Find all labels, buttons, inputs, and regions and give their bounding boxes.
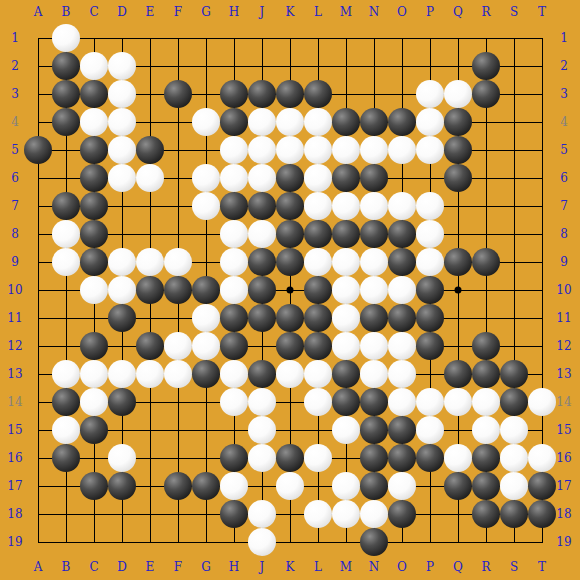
coord-label-row-left: 15 — [7, 424, 22, 436]
stone-white[interactable] — [248, 220, 276, 248]
stone-white[interactable] — [388, 472, 416, 500]
coord-label-col-top: S — [510, 6, 518, 18]
stone-white[interactable] — [528, 388, 556, 416]
stone-black[interactable] — [276, 192, 304, 220]
stone-black[interactable] — [360, 528, 388, 556]
stone-black[interactable] — [472, 248, 500, 276]
stone-black[interactable] — [220, 108, 248, 136]
stone-white[interactable] — [220, 220, 248, 248]
stone-white[interactable] — [136, 248, 164, 276]
coord-label-row-left: 4 — [11, 116, 19, 128]
coord-label-col-bottom: G — [201, 561, 211, 573]
stone-white[interactable] — [416, 108, 444, 136]
coord-label-row-right: 16 — [556, 452, 571, 464]
coord-label-col-bottom: M — [340, 561, 352, 573]
coord-label-col-bottom: D — [117, 561, 127, 573]
coord-label-col-bottom: S — [510, 561, 518, 573]
stone-black[interactable] — [360, 108, 388, 136]
stone-black[interactable] — [416, 276, 444, 304]
stone-black[interactable] — [164, 276, 192, 304]
coord-label-row-right: 10 — [556, 284, 571, 296]
stone-black[interactable] — [108, 388, 136, 416]
stone-white[interactable] — [416, 80, 444, 108]
stone-white[interactable] — [416, 388, 444, 416]
stone-white[interactable] — [360, 276, 388, 304]
stone-white[interactable] — [388, 192, 416, 220]
stone-white[interactable] — [80, 52, 108, 80]
stone-white[interactable] — [108, 164, 136, 192]
stone-black[interactable] — [304, 332, 332, 360]
coord-label-row-right: 4 — [560, 116, 568, 128]
stone-black[interactable] — [304, 80, 332, 108]
stone-black[interactable] — [416, 444, 444, 472]
coord-label-row-right: 5 — [560, 144, 568, 156]
stone-black[interactable] — [332, 388, 360, 416]
stone-black[interactable] — [80, 248, 108, 276]
coord-label-col-bottom: P — [426, 561, 434, 573]
stone-white[interactable] — [472, 416, 500, 444]
stone-white[interactable] — [248, 388, 276, 416]
stone-white[interactable] — [444, 444, 472, 472]
coord-label-col-bottom: K — [286, 561, 295, 573]
coord-label-row-right: 19 — [556, 536, 571, 548]
stone-white[interactable] — [248, 164, 276, 192]
stone-black[interactable] — [472, 472, 500, 500]
stone-black[interactable] — [52, 80, 80, 108]
stone-black[interactable] — [248, 360, 276, 388]
stone-white[interactable] — [80, 108, 108, 136]
stone-black[interactable] — [360, 220, 388, 248]
stone-white[interactable] — [416, 248, 444, 276]
stone-white[interactable] — [248, 136, 276, 164]
stone-black[interactable] — [500, 360, 528, 388]
coord-label-row-right: 2 — [560, 60, 568, 72]
stone-black[interactable] — [136, 136, 164, 164]
stone-black[interactable] — [388, 444, 416, 472]
coord-label-row-right: 3 — [560, 88, 568, 100]
stone-white[interactable] — [164, 360, 192, 388]
go-board[interactable]: AABBCCDDEEFFGGHHJJKKLLMMNNOOPPQQRRSSTT11… — [0, 0, 580, 580]
stone-black[interactable] — [360, 304, 388, 332]
coord-label-row-left: 8 — [11, 228, 19, 240]
stone-black[interactable] — [220, 444, 248, 472]
stone-black[interactable] — [80, 220, 108, 248]
stone-black[interactable] — [52, 52, 80, 80]
stone-black[interactable] — [52, 108, 80, 136]
stone-white[interactable] — [108, 80, 136, 108]
stone-black[interactable] — [500, 388, 528, 416]
stone-white[interactable] — [332, 332, 360, 360]
stone-white[interactable] — [500, 416, 528, 444]
coord-label-row-right: 1 — [560, 32, 568, 44]
coord-label-row-right: 18 — [556, 508, 571, 520]
stone-black[interactable] — [220, 80, 248, 108]
coord-label-row-left: 16 — [7, 452, 22, 464]
stone-black[interactable] — [276, 220, 304, 248]
stone-black[interactable] — [528, 500, 556, 528]
stone-white[interactable] — [136, 164, 164, 192]
stone-white[interactable] — [192, 108, 220, 136]
stone-black[interactable] — [360, 472, 388, 500]
coord-label-row-right: 13 — [556, 368, 571, 380]
coord-label-row-right: 17 — [556, 480, 571, 492]
coord-label-col-top: P — [426, 6, 434, 18]
stone-black[interactable] — [388, 416, 416, 444]
stone-white[interactable] — [304, 360, 332, 388]
stone-black[interactable] — [52, 388, 80, 416]
stone-black[interactable] — [528, 472, 556, 500]
stone-black[interactable] — [108, 472, 136, 500]
stone-white[interactable] — [108, 248, 136, 276]
stone-black[interactable] — [276, 304, 304, 332]
coord-label-row-left: 19 — [7, 536, 22, 548]
coord-label-col-top: D — [117, 6, 127, 18]
stone-white[interactable] — [108, 108, 136, 136]
coord-label-row-right: 8 — [560, 228, 568, 240]
stone-white[interactable] — [416, 192, 444, 220]
stone-black[interactable] — [80, 416, 108, 444]
coord-label-col-top: K — [286, 6, 295, 18]
stone-white[interactable] — [304, 136, 332, 164]
stone-black[interactable] — [472, 52, 500, 80]
stone-black[interactable] — [444, 164, 472, 192]
stone-black[interactable] — [248, 276, 276, 304]
stone-white[interactable] — [276, 472, 304, 500]
stone-white[interactable] — [304, 444, 332, 472]
stone-black[interactable] — [304, 304, 332, 332]
stone-white[interactable] — [80, 360, 108, 388]
grid-line-h — [38, 430, 543, 431]
stone-black[interactable] — [164, 472, 192, 500]
stone-white[interactable] — [248, 500, 276, 528]
stone-black[interactable] — [472, 80, 500, 108]
coord-label-col-top: T — [538, 6, 546, 18]
stone-white[interactable] — [192, 304, 220, 332]
coord-label-col-top: H — [229, 6, 239, 18]
stone-white[interactable] — [388, 136, 416, 164]
stone-black[interactable] — [80, 472, 108, 500]
stone-black[interactable] — [332, 108, 360, 136]
coord-label-row-right: 6 — [560, 172, 568, 184]
coord-label-col-top: B — [62, 6, 71, 18]
stone-white[interactable] — [192, 164, 220, 192]
stone-white[interactable] — [276, 108, 304, 136]
coord-label-row-left: 11 — [7, 312, 22, 324]
stone-black[interactable] — [136, 332, 164, 360]
stone-white[interactable] — [360, 332, 388, 360]
coord-label-col-top: R — [481, 6, 490, 18]
stone-black[interactable] — [220, 304, 248, 332]
coord-label-col-bottom: B — [62, 561, 71, 573]
stone-white[interactable] — [332, 304, 360, 332]
stone-black[interactable] — [220, 332, 248, 360]
stone-white[interactable] — [164, 332, 192, 360]
coord-label-col-top: L — [314, 6, 322, 18]
stone-white[interactable] — [304, 192, 332, 220]
stone-white[interactable] — [416, 416, 444, 444]
stone-black[interactable] — [276, 164, 304, 192]
stone-white[interactable] — [388, 388, 416, 416]
stone-black[interactable] — [80, 332, 108, 360]
grid-line-h — [38, 514, 543, 515]
stone-white[interactable] — [444, 80, 472, 108]
stone-white[interactable] — [360, 500, 388, 528]
coord-label-col-bottom: J — [260, 561, 265, 573]
stone-black[interactable] — [416, 304, 444, 332]
grid-line-h — [38, 542, 543, 543]
stone-black[interactable] — [276, 248, 304, 276]
coord-label-row-left: 14 — [7, 396, 22, 408]
stone-black[interactable] — [24, 136, 52, 164]
stone-black[interactable] — [360, 416, 388, 444]
coord-label-col-bottom: O — [397, 561, 407, 573]
coord-label-col-bottom: R — [481, 561, 490, 573]
coord-label-row-left: 3 — [11, 88, 19, 100]
coord-label-col-bottom: E — [146, 561, 155, 573]
stone-black[interactable] — [416, 332, 444, 360]
stone-black[interactable] — [80, 164, 108, 192]
coord-label-col-bottom: T — [538, 561, 546, 573]
stone-black[interactable] — [192, 276, 220, 304]
stone-black[interactable] — [444, 248, 472, 276]
stone-white[interactable] — [332, 192, 360, 220]
stone-white[interactable] — [276, 136, 304, 164]
stone-black[interactable] — [472, 360, 500, 388]
stone-white[interactable] — [332, 248, 360, 276]
stone-black[interactable] — [108, 304, 136, 332]
coord-label-row-left: 13 — [7, 368, 22, 380]
coord-label-col-bottom: Q — [453, 561, 463, 573]
stone-white[interactable] — [332, 472, 360, 500]
stone-black[interactable] — [52, 444, 80, 472]
stone-white[interactable] — [220, 136, 248, 164]
stone-white[interactable] — [304, 388, 332, 416]
coord-label-row-left: 6 — [11, 172, 19, 184]
coord-label-row-right: 7 — [560, 200, 568, 212]
stone-black[interactable] — [248, 248, 276, 276]
coord-label-row-left: 17 — [7, 480, 22, 492]
coord-label-row-right: 9 — [560, 256, 568, 268]
stone-black[interactable] — [332, 164, 360, 192]
stone-black[interactable] — [360, 164, 388, 192]
stone-white[interactable] — [164, 248, 192, 276]
stone-black[interactable] — [388, 248, 416, 276]
stone-white[interactable] — [360, 192, 388, 220]
stone-white[interactable] — [360, 360, 388, 388]
stone-black[interactable] — [192, 472, 220, 500]
stone-black[interactable] — [472, 500, 500, 528]
stone-white[interactable] — [108, 444, 136, 472]
coord-label-col-top: O — [397, 6, 407, 18]
stone-white[interactable] — [220, 360, 248, 388]
stone-white[interactable] — [52, 416, 80, 444]
stone-black[interactable] — [304, 220, 332, 248]
stone-white[interactable] — [360, 248, 388, 276]
stone-black[interactable] — [276, 80, 304, 108]
stone-white[interactable] — [52, 24, 80, 52]
stone-white[interactable] — [220, 388, 248, 416]
stone-white[interactable] — [332, 500, 360, 528]
stone-white[interactable] — [220, 276, 248, 304]
coord-label-row-right: 15 — [556, 424, 571, 436]
coord-label-row-left: 7 — [11, 200, 19, 212]
coord-label-col-top: N — [369, 6, 380, 18]
stone-white[interactable] — [332, 276, 360, 304]
stone-black[interactable] — [332, 220, 360, 248]
stone-white[interactable] — [500, 472, 528, 500]
coord-label-col-bottom: H — [229, 561, 239, 573]
star-point — [455, 287, 462, 294]
coord-label-row-left: 18 — [7, 508, 22, 520]
stone-black[interactable] — [388, 500, 416, 528]
stone-white[interactable] — [248, 444, 276, 472]
stone-white[interactable] — [136, 360, 164, 388]
stone-black[interactable] — [136, 276, 164, 304]
stone-white[interactable] — [528, 444, 556, 472]
stone-black[interactable] — [472, 332, 500, 360]
stone-white[interactable] — [220, 164, 248, 192]
stone-white[interactable] — [248, 416, 276, 444]
coord-label-col-top: E — [146, 6, 155, 18]
stone-black[interactable] — [80, 192, 108, 220]
stone-white[interactable] — [108, 136, 136, 164]
stone-white[interactable] — [220, 248, 248, 276]
stone-black[interactable] — [360, 388, 388, 416]
coord-label-col-bottom: A — [34, 561, 43, 573]
stone-white[interactable] — [108, 52, 136, 80]
stone-white[interactable] — [276, 360, 304, 388]
stone-black[interactable] — [332, 360, 360, 388]
stone-white[interactable] — [108, 360, 136, 388]
coord-label-row-left: 1 — [11, 32, 19, 44]
coord-label-row-right: 14 — [556, 396, 571, 408]
stone-black[interactable] — [248, 192, 276, 220]
stone-white[interactable] — [388, 276, 416, 304]
coord-label-row-left: 9 — [11, 256, 19, 268]
stone-white[interactable] — [360, 136, 388, 164]
stone-white[interactable] — [472, 388, 500, 416]
stone-black[interactable] — [164, 80, 192, 108]
stone-black[interactable] — [444, 136, 472, 164]
coord-label-row-left: 2 — [11, 60, 19, 72]
stone-white[interactable] — [220, 472, 248, 500]
coord-label-col-top: J — [260, 6, 265, 18]
coord-label-col-bottom: N — [369, 561, 380, 573]
stone-black[interactable] — [388, 220, 416, 248]
stone-white[interactable] — [80, 276, 108, 304]
stone-black[interactable] — [472, 444, 500, 472]
coord-label-col-top: C — [89, 6, 98, 18]
stone-white[interactable] — [192, 192, 220, 220]
coord-label-row-right: 12 — [556, 340, 571, 352]
coord-label-col-top: M — [340, 6, 352, 18]
stone-black[interactable] — [248, 304, 276, 332]
stone-white[interactable] — [444, 388, 472, 416]
coord-label-row-left: 10 — [7, 284, 22, 296]
stone-black[interactable] — [444, 360, 472, 388]
coord-label-col-top: F — [174, 6, 182, 18]
coord-label-row-left: 12 — [7, 340, 22, 352]
stone-white[interactable] — [52, 220, 80, 248]
stone-black[interactable] — [276, 444, 304, 472]
stone-black[interactable] — [500, 500, 528, 528]
coord-label-row-left: 5 — [11, 144, 19, 156]
stone-white[interactable] — [388, 360, 416, 388]
stone-black[interactable] — [52, 192, 80, 220]
stone-white[interactable] — [248, 528, 276, 556]
stone-black[interactable] — [192, 360, 220, 388]
coord-label-col-bottom: F — [174, 561, 182, 573]
stone-black[interactable] — [80, 136, 108, 164]
stone-white[interactable] — [416, 136, 444, 164]
stone-white[interactable] — [304, 108, 332, 136]
stone-white[interactable] — [332, 416, 360, 444]
stone-white[interactable] — [80, 388, 108, 416]
coord-label-row-right: 11 — [556, 312, 571, 324]
stone-white[interactable] — [388, 332, 416, 360]
stone-black[interactable] — [444, 108, 472, 136]
stone-white[interactable] — [332, 136, 360, 164]
stone-white[interactable] — [304, 500, 332, 528]
coord-label-col-bottom: L — [314, 561, 322, 573]
stone-black[interactable] — [360, 444, 388, 472]
stone-black[interactable] — [220, 500, 248, 528]
stone-black[interactable] — [304, 276, 332, 304]
stone-white[interactable] — [304, 164, 332, 192]
stone-black[interactable] — [220, 192, 248, 220]
coord-label-col-top: G — [201, 6, 211, 18]
stone-white[interactable] — [108, 276, 136, 304]
stone-black[interactable] — [248, 80, 276, 108]
stone-white[interactable] — [248, 108, 276, 136]
coord-label-col-top: Q — [453, 6, 463, 18]
stone-white[interactable] — [416, 220, 444, 248]
stone-black[interactable] — [276, 332, 304, 360]
stone-white[interactable] — [192, 332, 220, 360]
coord-label-col-bottom: C — [89, 561, 98, 573]
stone-black[interactable] — [444, 472, 472, 500]
coord-label-col-top: A — [34, 6, 43, 18]
stone-black[interactable] — [388, 304, 416, 332]
stone-white[interactable] — [304, 248, 332, 276]
stone-white[interactable] — [52, 248, 80, 276]
stone-black[interactable] — [80, 80, 108, 108]
stone-white[interactable] — [500, 444, 528, 472]
stone-black[interactable] — [388, 108, 416, 136]
stone-white[interactable] — [52, 360, 80, 388]
star-point — [287, 287, 294, 294]
